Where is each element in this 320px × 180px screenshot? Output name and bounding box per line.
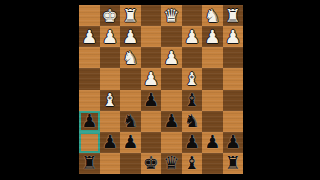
- square-h8[interactable]: ♜: [79, 153, 100, 174]
- square-e2[interactable]: [141, 26, 162, 47]
- white-king[interactable]: ♚: [102, 7, 118, 25]
- letterbox-right: [243, 0, 320, 180]
- square-a1[interactable]: ♜: [223, 5, 244, 26]
- black-pawn[interactable]: ♟: [102, 133, 118, 151]
- square-h6[interactable]: ♟: [79, 111, 100, 132]
- square-b7[interactable]: ♟: [202, 132, 223, 153]
- square-h2[interactable]: ♟: [79, 26, 100, 47]
- square-a5[interactable]: [223, 90, 244, 111]
- white-rook[interactable]: ♜: [122, 7, 138, 25]
- white-pawn[interactable]: ♟: [163, 49, 179, 67]
- black-bishop[interactable]: ♝: [184, 154, 200, 172]
- square-a6[interactable]: [223, 111, 244, 132]
- white-pawn[interactable]: ♟: [81, 28, 97, 46]
- square-c1[interactable]: [182, 5, 203, 26]
- letterbox-left: [0, 0, 79, 180]
- white-pawn[interactable]: ♟: [143, 70, 159, 88]
- square-e8[interactable]: ♚: [141, 153, 162, 174]
- black-pawn[interactable]: ♟: [143, 91, 159, 109]
- white-bishop[interactable]: ♝: [184, 70, 200, 88]
- black-king[interactable]: ♚: [143, 154, 159, 172]
- square-d8[interactable]: ♛: [161, 153, 182, 174]
- square-e1[interactable]: [141, 5, 162, 26]
- square-g6[interactable]: [100, 111, 121, 132]
- white-pawn[interactable]: ♟: [102, 28, 118, 46]
- square-c8[interactable]: ♝: [182, 153, 203, 174]
- square-e4[interactable]: ♟: [141, 68, 162, 89]
- square-b4[interactable]: [202, 68, 223, 89]
- square-g5[interactable]: ♝: [100, 90, 121, 111]
- square-h7[interactable]: [79, 132, 100, 153]
- white-knight[interactable]: ♞: [122, 49, 138, 67]
- black-pawn[interactable]: ♟: [81, 112, 97, 130]
- black-pawn[interactable]: ♟: [204, 133, 220, 151]
- square-e7[interactable]: [141, 132, 162, 153]
- square-d3[interactable]: ♟: [161, 47, 182, 68]
- white-knight[interactable]: ♞: [204, 7, 220, 25]
- square-d2[interactable]: [161, 26, 182, 47]
- square-d6[interactable]: ♟: [161, 111, 182, 132]
- square-f5[interactable]: [120, 90, 141, 111]
- square-a8[interactable]: ♜: [223, 153, 244, 174]
- square-f1[interactable]: ♜: [120, 5, 141, 26]
- square-f8[interactable]: [120, 153, 141, 174]
- square-h5[interactable]: [79, 90, 100, 111]
- square-a4[interactable]: [223, 68, 244, 89]
- square-d5[interactable]: [161, 90, 182, 111]
- square-g2[interactable]: ♟: [100, 26, 121, 47]
- square-g1[interactable]: ♚: [100, 5, 121, 26]
- white-rook[interactable]: ♜: [225, 7, 241, 25]
- square-c7[interactable]: ♟: [182, 132, 203, 153]
- square-h4[interactable]: [79, 68, 100, 89]
- square-b8[interactable]: [202, 153, 223, 174]
- square-d7[interactable]: [161, 132, 182, 153]
- white-queen[interactable]: ♛: [163, 7, 179, 25]
- square-b2[interactable]: ♟: [202, 26, 223, 47]
- black-pawn[interactable]: ♟: [122, 133, 138, 151]
- white-pawn[interactable]: ♟: [184, 28, 200, 46]
- black-bishop[interactable]: ♝: [184, 91, 200, 109]
- square-f3[interactable]: ♞: [120, 47, 141, 68]
- chess-board[interactable]: ♚♜♛♞♜♟♟♟♟♟♟♞♟♟♝♝♟♝♟♞♟♞♟♟♟♟♟♜♚♛♝♜: [79, 5, 243, 174]
- black-queen[interactable]: ♛: [163, 154, 179, 172]
- square-g8[interactable]: [100, 153, 121, 174]
- square-d1[interactable]: ♛: [161, 5, 182, 26]
- black-pawn[interactable]: ♟: [184, 133, 200, 151]
- square-c3[interactable]: [182, 47, 203, 68]
- square-b5[interactable]: [202, 90, 223, 111]
- square-a2[interactable]: ♟: [223, 26, 244, 47]
- square-e3[interactable]: [141, 47, 162, 68]
- square-f2[interactable]: ♟: [120, 26, 141, 47]
- screenshot-stage: ♚♜♛♞♜♟♟♟♟♟♟♞♟♟♝♝♟♝♟♞♟♞♟♟♟♟♟♜♚♛♝♜: [0, 0, 320, 180]
- black-pawn[interactable]: ♟: [225, 133, 241, 151]
- square-f4[interactable]: [120, 68, 141, 89]
- square-a7[interactable]: ♟: [223, 132, 244, 153]
- square-c6[interactable]: ♞: [182, 111, 203, 132]
- black-pawn[interactable]: ♟: [163, 112, 179, 130]
- square-g3[interactable]: [100, 47, 121, 68]
- square-b3[interactable]: [202, 47, 223, 68]
- black-knight[interactable]: ♞: [184, 112, 200, 130]
- square-c2[interactable]: ♟: [182, 26, 203, 47]
- square-e6[interactable]: [141, 111, 162, 132]
- white-pawn[interactable]: ♟: [122, 28, 138, 46]
- square-f6[interactable]: ♞: [120, 111, 141, 132]
- black-rook[interactable]: ♜: [225, 154, 241, 172]
- white-pawn[interactable]: ♟: [225, 28, 241, 46]
- white-bishop[interactable]: ♝: [102, 91, 118, 109]
- square-g4[interactable]: [100, 68, 121, 89]
- square-h3[interactable]: [79, 47, 100, 68]
- square-b6[interactable]: [202, 111, 223, 132]
- square-c4[interactable]: ♝: [182, 68, 203, 89]
- square-e5[interactable]: ♟: [141, 90, 162, 111]
- square-d4[interactable]: [161, 68, 182, 89]
- square-h1[interactable]: [79, 5, 100, 26]
- square-f7[interactable]: ♟: [120, 132, 141, 153]
- white-pawn[interactable]: ♟: [204, 28, 220, 46]
- square-g7[interactable]: ♟: [100, 132, 121, 153]
- black-rook[interactable]: ♜: [81, 154, 97, 172]
- square-b1[interactable]: ♞: [202, 5, 223, 26]
- black-knight[interactable]: ♞: [122, 112, 138, 130]
- square-a3[interactable]: [223, 47, 244, 68]
- square-c5[interactable]: ♝: [182, 90, 203, 111]
